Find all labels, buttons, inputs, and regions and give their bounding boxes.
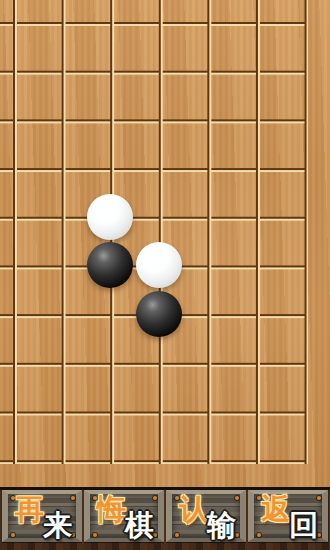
board[interactable] (0, 0, 330, 487)
restart-button[interactable]: 再 来 (2, 490, 82, 542)
stone-black (87, 242, 133, 288)
undo-button-accent-char: 悔 (97, 495, 126, 524)
undo-button-main-char: 棋 (125, 511, 154, 540)
board-grid (0, 0, 329, 485)
toolbar: 再 来 悔 棋 认 输 返 回 (0, 487, 330, 550)
stone-white (136, 242, 182, 288)
back-button-main-char: 回 (289, 511, 318, 540)
back-button-accent-char: 返 (261, 495, 290, 524)
resign-button-main-char: 输 (207, 511, 236, 540)
restart-button-accent-char: 再 (15, 495, 44, 524)
stone-white (87, 194, 133, 240)
stone-black (136, 291, 182, 337)
restart-button-main-char: 来 (43, 511, 72, 540)
undo-button[interactable]: 悔 棋 (84, 490, 164, 542)
resign-button[interactable]: 认 输 (166, 490, 246, 542)
resign-button-accent-char: 认 (179, 495, 208, 524)
game-screen: 再 来 悔 棋 认 输 返 回 (0, 0, 330, 550)
back-button[interactable]: 返 回 (248, 490, 328, 542)
